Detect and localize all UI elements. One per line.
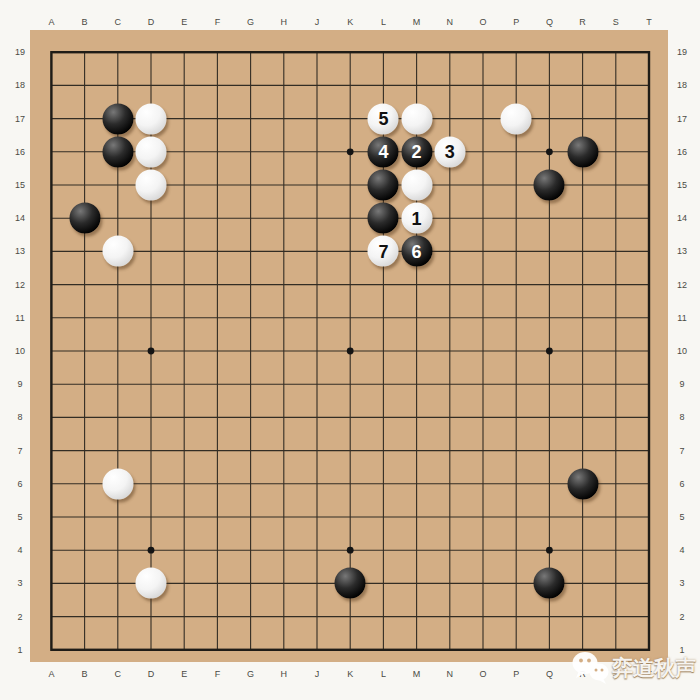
coord-label-left-12: 12 (15, 280, 25, 289)
coord-label-left-7: 7 (17, 446, 22, 455)
coord-label-right-11: 11 (677, 313, 686, 322)
coord-label-right-18: 18 (677, 81, 687, 90)
coord-label-bottom-E: E (181, 670, 187, 679)
coord-label-right-9: 9 (679, 380, 684, 389)
coord-label-bottom-L: L (381, 670, 386, 679)
stone-L13-white[interactable]: 7 (368, 236, 399, 267)
coord-label-bottom-C: C (115, 670, 122, 679)
move-number: 2 (412, 143, 422, 161)
coord-label-bottom-O: O (479, 670, 486, 679)
coord-label-right-2: 2 (679, 612, 684, 621)
coord-label-right-7: 7 (679, 446, 684, 455)
stone-L17-white[interactable]: 5 (368, 103, 399, 134)
coord-label-bottom-J: J (315, 670, 320, 679)
stone-C6-white[interactable] (102, 468, 133, 499)
star-point (546, 348, 553, 355)
coord-label-left-14: 14 (15, 214, 25, 223)
move-number: 4 (378, 143, 388, 161)
coord-label-bottom-M: M (413, 670, 421, 679)
coord-label-top-M: M (413, 18, 421, 27)
watermark-text: 弈道秋声 (612, 654, 696, 682)
stone-N16-white[interactable]: 3 (434, 136, 465, 167)
coord-label-left-10: 10 (15, 347, 25, 356)
coord-label-left-6: 6 (17, 479, 22, 488)
coord-label-left-11: 11 (15, 313, 24, 322)
coord-label-bottom-D: D (148, 670, 155, 679)
stone-L15-black[interactable] (368, 170, 399, 201)
coord-label-top-J: J (315, 18, 320, 27)
coord-label-left-8: 8 (17, 413, 22, 422)
stone-P17-white[interactable] (501, 103, 532, 134)
stone-K3-black[interactable] (335, 568, 366, 599)
star-point (546, 148, 553, 155)
coord-label-top-S: S (613, 18, 619, 27)
move-number: 3 (445, 143, 455, 161)
coord-label-left-2: 2 (17, 612, 22, 621)
coord-label-bottom-A: A (48, 670, 54, 679)
wechat-logo-icon (571, 649, 611, 687)
stone-R16-black[interactable] (567, 136, 598, 167)
coord-label-left-3: 3 (17, 579, 22, 588)
coord-label-top-Q: Q (546, 18, 553, 27)
coord-label-right-5: 5 (679, 513, 684, 522)
coord-label-top-G: G (247, 18, 254, 27)
stone-D16-white[interactable] (136, 136, 167, 167)
coord-label-right-10: 10 (677, 347, 687, 356)
coord-label-right-3: 3 (679, 579, 684, 588)
go-diagram: AABBCCDDEEFFGGHHJJKKLLMMNNOOPPQQRRSSTT19… (0, 0, 700, 700)
star-point (347, 148, 354, 155)
coord-label-left-1: 1 (17, 645, 22, 654)
stone-M15-white[interactable] (401, 170, 432, 201)
coord-label-bottom-P: P (513, 670, 519, 679)
stone-C13-white[interactable] (102, 236, 133, 267)
star-point (148, 547, 155, 554)
star-point (347, 348, 354, 355)
coord-label-right-15: 15 (677, 181, 687, 190)
coord-label-left-19: 19 (15, 48, 25, 57)
stone-D15-white[interactable] (136, 170, 167, 201)
coord-label-bottom-N: N (447, 670, 454, 679)
coord-label-top-C: C (115, 18, 122, 27)
coord-label-right-17: 17 (677, 114, 687, 123)
coord-label-right-16: 16 (677, 147, 687, 156)
stone-D3-white[interactable] (136, 568, 167, 599)
stone-D17-white[interactable] (136, 103, 167, 134)
coord-label-left-9: 9 (17, 380, 22, 389)
coord-label-top-B: B (82, 18, 88, 27)
coord-label-bottom-K: K (347, 670, 353, 679)
move-number: 7 (378, 242, 388, 260)
stone-C16-black[interactable] (102, 136, 133, 167)
coord-label-top-E: E (181, 18, 187, 27)
coord-label-top-L: L (381, 18, 386, 27)
coord-label-left-15: 15 (15, 181, 25, 190)
move-number: 6 (412, 242, 422, 260)
stone-M13-black[interactable]: 6 (401, 236, 432, 267)
coord-label-top-R: R (579, 18, 586, 27)
coord-label-left-13: 13 (15, 247, 25, 256)
coord-label-top-O: O (479, 18, 486, 27)
stone-L14-black[interactable] (368, 203, 399, 234)
stone-L16-black[interactable]: 4 (368, 136, 399, 167)
coord-label-bottom-H: H (281, 670, 288, 679)
coord-label-bottom-F: F (215, 670, 221, 679)
star-point (347, 547, 354, 554)
move-number: 1 (412, 209, 422, 227)
stone-M17-white[interactable] (401, 103, 432, 134)
stone-M14-white[interactable]: 1 (401, 203, 432, 234)
coord-label-right-13: 13 (677, 247, 687, 256)
stone-M16-black[interactable]: 2 (401, 136, 432, 167)
coord-label-top-D: D (148, 18, 155, 27)
stone-B14-black[interactable] (69, 203, 100, 234)
coord-label-left-5: 5 (17, 513, 22, 522)
move-number: 5 (378, 110, 388, 128)
coord-label-top-P: P (513, 18, 519, 27)
coord-label-left-16: 16 (15, 147, 25, 156)
coord-label-left-18: 18 (15, 81, 25, 90)
coord-label-right-8: 8 (679, 413, 684, 422)
coord-label-right-19: 19 (677, 48, 687, 57)
coord-label-top-A: A (48, 18, 54, 27)
coord-label-top-N: N (447, 18, 454, 27)
stone-C17-black[interactable] (102, 103, 133, 134)
stone-Q15-black[interactable] (534, 170, 565, 201)
coord-label-bottom-G: G (247, 670, 254, 679)
star-point (148, 348, 155, 355)
coord-label-left-17: 17 (15, 114, 25, 123)
stone-R6-black[interactable] (567, 468, 598, 499)
watermark: 弈道秋声 (571, 648, 696, 688)
coord-label-bottom-Q: Q (546, 670, 553, 679)
coord-label-left-4: 4 (17, 546, 22, 555)
coord-label-top-H: H (281, 18, 288, 27)
coord-label-top-T: T (646, 18, 652, 27)
star-point (546, 547, 553, 554)
coord-label-top-F: F (215, 18, 221, 27)
coord-label-right-6: 6 (679, 479, 684, 488)
coord-label-right-14: 14 (677, 214, 687, 223)
coord-label-top-K: K (347, 18, 353, 27)
coord-label-bottom-B: B (82, 670, 88, 679)
coord-label-right-12: 12 (677, 280, 687, 289)
stone-Q3-black[interactable] (534, 568, 565, 599)
coord-label-right-4: 4 (679, 546, 684, 555)
